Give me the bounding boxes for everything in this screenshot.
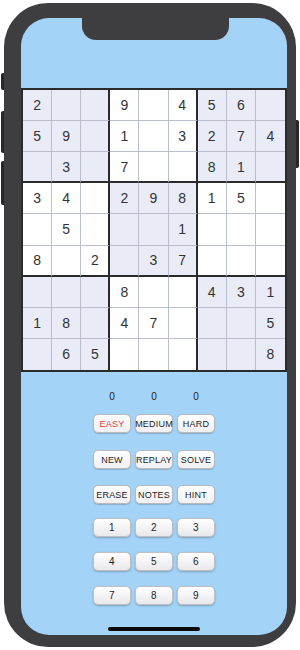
button-notes[interactable]: NOTES [135,485,173,504]
cell-r4c9[interactable] [256,183,285,214]
page: 2945659132743781342981551823784311847565… [0,0,300,650]
cell-r3c4[interactable]: 7 [110,152,139,183]
cell-r4c1[interactable]: 3 [23,183,52,214]
cell-r7c3[interactable] [81,277,110,308]
cell-r5c8[interactable] [227,214,256,245]
screen: 2945659132743781342981551823784311847565… [21,18,287,635]
sudoku-board: 2945659132743781342981551823784311847565… [21,88,287,372]
cell-r7c5[interactable] [139,277,168,308]
button-4[interactable]: 4 [93,552,131,571]
cell-r9c1[interactable] [23,339,52,370]
cell-r1c1[interactable]: 2 [23,90,52,121]
home-indicator [108,627,200,631]
cell-r6c8[interactable] [227,246,256,277]
button-new[interactable]: NEW [93,450,131,469]
cell-r9c9[interactable]: 8 [256,339,285,370]
cell-r8c9[interactable]: 5 [256,308,285,339]
cell-r3c1[interactable] [23,152,52,183]
cell-r8c5[interactable]: 7 [139,308,168,339]
button-replay[interactable]: REPLAY [135,450,173,469]
button-7[interactable]: 7 [93,586,131,605]
cell-r4c5[interactable]: 9 [139,183,168,214]
cell-r7c8[interactable]: 3 [227,277,256,308]
cell-r8c6[interactable] [169,308,198,339]
cell-r7c1[interactable] [23,277,52,308]
cell-r2c6[interactable]: 3 [169,121,198,152]
button-1[interactable]: 1 [93,518,131,537]
phone-frame: 2945659132743781342981551823784311847565… [4,3,296,647]
cell-r3c9[interactable] [256,152,285,183]
cell-r9c4[interactable] [110,339,139,370]
cell-r3c2[interactable]: 3 [52,152,81,183]
cell-r5c1[interactable] [23,214,52,245]
cell-r9c6[interactable] [169,339,198,370]
cell-r9c7[interactable] [198,339,227,370]
numbers-row-3: 789 [21,586,287,605]
cell-r2c4[interactable]: 1 [110,121,139,152]
cell-r4c4[interactable]: 2 [110,183,139,214]
cell-r8c3[interactable] [81,308,110,339]
cell-r7c7[interactable]: 4 [198,277,227,308]
cell-r6c6[interactable]: 7 [169,246,198,277]
counter-hard: 0 [177,391,215,403]
cell-r1c2[interactable] [52,90,81,121]
button-easy[interactable]: EASY [93,414,131,433]
button-2[interactable]: 2 [135,518,173,537]
cell-r5c2[interactable]: 5 [52,214,81,245]
cell-r1c4[interactable]: 9 [110,90,139,121]
cell-r1c3[interactable] [81,90,110,121]
cell-r1c5[interactable] [139,90,168,121]
cell-r2c1[interactable]: 5 [23,121,52,152]
counters-row: 000 [21,391,287,403]
cell-r7c9[interactable]: 1 [256,277,285,308]
cell-r5c7[interactable] [198,214,227,245]
cell-r9c8[interactable] [227,339,256,370]
cell-r5c6[interactable]: 1 [169,214,198,245]
tools-row: ERASENOTESHINT [21,485,287,504]
cell-r2c8[interactable]: 7 [227,121,256,152]
cell-r4c3[interactable] [81,183,110,214]
cell-r6c5[interactable]: 3 [139,246,168,277]
actions-row: NEWREPLAYSOLVE [21,450,287,469]
cell-r6c7[interactable] [198,246,227,277]
cell-r8c4[interactable]: 4 [110,308,139,339]
button-3[interactable]: 3 [177,518,215,537]
numbers-row-1: 123 [21,518,287,537]
cell-r3c6[interactable] [169,152,198,183]
cell-r4c2[interactable]: 4 [52,183,81,214]
cell-r5c3[interactable] [81,214,110,245]
cell-r3c5[interactable] [139,152,168,183]
cell-r9c3[interactable]: 5 [81,339,110,370]
button-hint[interactable]: HINT [177,485,215,504]
cell-r8c1[interactable]: 1 [23,308,52,339]
counter-easy: 0 [93,391,131,403]
cell-r3c7[interactable]: 8 [198,152,227,183]
numbers-row-2: 456 [21,552,287,571]
cell-r8c7[interactable] [198,308,227,339]
cell-r6c3[interactable]: 2 [81,246,110,277]
cell-r9c5[interactable] [139,339,168,370]
button-medium[interactable]: MEDIUM [135,414,173,433]
difficulty-row: EASYMEDIUMHARD [21,414,287,433]
cell-r5c4[interactable] [110,214,139,245]
cell-r7c2[interactable] [52,277,81,308]
cell-r6c4[interactable] [110,246,139,277]
cell-r5c9[interactable] [256,214,285,245]
cell-r8c2[interactable]: 8 [52,308,81,339]
cell-r2c7[interactable]: 2 [198,121,227,152]
cell-r5c5[interactable] [139,214,168,245]
cell-r1c8[interactable]: 6 [227,90,256,121]
cell-r7c4[interactable]: 8 [110,277,139,308]
button-erase[interactable]: ERASE [93,485,131,504]
cell-r6c9[interactable] [256,246,285,277]
cell-r6c1[interactable]: 8 [23,246,52,277]
button-5[interactable]: 5 [135,552,173,571]
button-6[interactable]: 6 [177,552,215,571]
counter-medium: 0 [135,391,173,403]
cell-r2c2[interactable]: 9 [52,121,81,152]
cell-r1c9[interactable] [256,90,285,121]
cell-r2c9[interactable]: 4 [256,121,285,152]
cell-r4c8[interactable]: 5 [227,183,256,214]
cell-r6c2[interactable] [52,246,81,277]
cell-r4c6[interactable]: 8 [169,183,198,214]
cell-r4c7[interactable]: 1 [198,183,227,214]
cell-r3c8[interactable]: 1 [227,152,256,183]
cell-r2c5[interactable] [139,121,168,152]
cell-r3c3[interactable] [81,152,110,183]
button-solve[interactable]: SOLVE [177,450,215,469]
cell-r7c6[interactable] [169,277,198,308]
cell-r2c3[interactable] [81,121,110,152]
button-9[interactable]: 9 [177,586,215,605]
cell-r1c7[interactable]: 5 [198,90,227,121]
cell-r9c2[interactable]: 6 [52,339,81,370]
button-hard[interactable]: HARD [177,414,215,433]
cell-r8c8[interactable] [227,308,256,339]
cell-r1c6[interactable]: 4 [169,90,198,121]
button-8[interactable]: 8 [135,586,173,605]
notch [82,18,229,40]
